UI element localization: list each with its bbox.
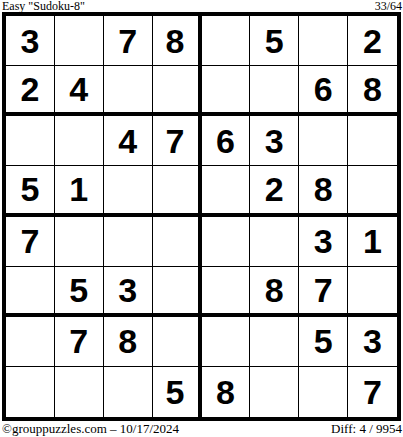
cell-r4c2-given: 1 [55, 166, 104, 216]
cell-r8c7-empty[interactable] [299, 367, 348, 417]
cell-r6c5-empty[interactable] [202, 267, 251, 317]
cell-r4c7-given: 8 [299, 166, 348, 216]
cell-r6c8-empty[interactable] [348, 267, 397, 317]
cell-r8c5-given: 8 [202, 367, 251, 417]
cell-r6c7-given: 7 [299, 267, 348, 317]
cell-r5c3-empty[interactable] [104, 217, 153, 267]
footer: ©grouppuzzles.com – 10/17/2024 Diff: 4 /… [2, 421, 402, 437]
cell-r2c8-given: 8 [348, 66, 397, 116]
cell-r2c5-empty[interactable] [202, 66, 251, 116]
cell-r4c8-empty[interactable] [348, 166, 397, 216]
cell-r7c6-empty[interactable] [250, 317, 299, 367]
cell-r3c3-given: 4 [104, 116, 153, 166]
cell-r7c1-empty[interactable] [6, 317, 55, 367]
cell-r3c8-empty[interactable] [348, 116, 397, 166]
cell-r6c2-given: 5 [55, 267, 104, 317]
cell-r6c4-empty[interactable] [153, 267, 202, 317]
cell-r7c4-empty[interactable] [153, 317, 202, 367]
cell-r8c3-empty[interactable] [104, 367, 153, 417]
sudoku-board: 3785224684763512873153877853587 [2, 12, 401, 421]
cell-r4c6-given: 2 [250, 166, 299, 216]
cell-r7c5-empty[interactable] [202, 317, 251, 367]
cell-r3c6-given: 3 [250, 116, 299, 166]
cell-r7c8-given: 3 [348, 317, 397, 367]
cell-r1c2-empty[interactable] [55, 16, 104, 66]
cell-r5c6-empty[interactable] [250, 217, 299, 267]
cell-r1c8-given: 2 [348, 16, 397, 66]
cell-r5c5-empty[interactable] [202, 217, 251, 267]
cell-r3c1-empty[interactable] [6, 116, 55, 166]
cell-r2c4-empty[interactable] [153, 66, 202, 116]
cell-r1c1-given: 3 [6, 16, 55, 66]
cell-r1c7-empty[interactable] [299, 16, 348, 66]
cell-r2c3-empty[interactable] [104, 66, 153, 116]
cell-r5c4-empty[interactable] [153, 217, 202, 267]
cell-r5c7-given: 3 [299, 217, 348, 267]
cell-r4c5-empty[interactable] [202, 166, 251, 216]
cell-r8c1-empty[interactable] [6, 367, 55, 417]
header: Easy "Sudoku-8" 33/64 [2, 0, 402, 12]
cell-r3c7-empty[interactable] [299, 116, 348, 166]
cell-r4c3-empty[interactable] [104, 166, 153, 216]
cell-r6c6-given: 8 [250, 267, 299, 317]
cell-r8c2-empty[interactable] [55, 367, 104, 417]
cell-r6c3-given: 3 [104, 267, 153, 317]
cell-r6c1-empty[interactable] [6, 267, 55, 317]
cell-r1c5-empty[interactable] [202, 16, 251, 66]
difficulty-text: Diff: 4 / 9954 [331, 421, 402, 437]
cell-r2c1-given: 2 [6, 66, 55, 116]
cell-r1c3-given: 7 [104, 16, 153, 66]
cell-r5c1-given: 7 [6, 217, 55, 267]
cell-r1c6-given: 5 [250, 16, 299, 66]
cell-r5c2-empty[interactable] [55, 217, 104, 267]
cell-r3c5-given: 6 [202, 116, 251, 166]
cell-r2c7-given: 6 [299, 66, 348, 116]
cell-r4c4-empty[interactable] [153, 166, 202, 216]
cell-r7c3-given: 8 [104, 317, 153, 367]
cell-r7c7-given: 5 [299, 317, 348, 367]
cell-r3c2-empty[interactable] [55, 116, 104, 166]
cell-r2c6-empty[interactable] [250, 66, 299, 116]
cell-r3c4-given: 7 [153, 116, 202, 166]
cell-r8c4-given: 5 [153, 367, 202, 417]
cell-r4c1-given: 5 [6, 166, 55, 216]
cell-r7c2-given: 7 [55, 317, 104, 367]
cell-r2c2-given: 4 [55, 66, 104, 116]
cell-r8c8-given: 7 [348, 367, 397, 417]
cell-r1c4-given: 8 [153, 16, 202, 66]
cell-r8c6-empty[interactable] [250, 367, 299, 417]
copyright-text: ©grouppuzzles.com – 10/17/2024 [2, 421, 179, 437]
cell-r5c8-given: 1 [348, 217, 397, 267]
